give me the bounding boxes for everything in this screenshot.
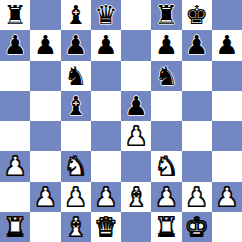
square-h8[interactable] <box>212 0 242 30</box>
white-pawn-h2[interactable]: ♟ <box>215 182 238 212</box>
square-g3[interactable] <box>182 151 212 181</box>
black-pawn-c7[interactable]: ♟ <box>64 30 87 60</box>
square-a1[interactable]: ♜ <box>0 212 30 242</box>
black-rook-a8[interactable]: ♜ <box>3 0 26 30</box>
square-g4[interactable] <box>182 121 212 151</box>
square-g5[interactable] <box>182 91 212 121</box>
white-bishop-c1[interactable]: ♝ <box>64 212 87 242</box>
black-knight-c6[interactable]: ♞ <box>64 61 87 91</box>
black-rook-f8[interactable]: ♜ <box>155 0 178 30</box>
square-b1[interactable] <box>30 212 60 242</box>
square-e5[interactable]: ♟ <box>121 91 151 121</box>
square-h3[interactable] <box>212 151 242 181</box>
black-pawn-h7[interactable]: ♟ <box>215 30 238 60</box>
square-a4[interactable] <box>0 121 30 151</box>
square-d2[interactable]: ♟ <box>91 182 121 212</box>
white-pawn-e4[interactable]: ♟ <box>124 121 147 151</box>
white-pawn-c2[interactable]: ♟ <box>64 182 87 212</box>
white-pawn-f2[interactable]: ♟ <box>155 182 178 212</box>
square-d4[interactable] <box>91 121 121 151</box>
white-rook-f1[interactable]: ♜ <box>155 212 178 242</box>
white-pawn-d2[interactable]: ♟ <box>94 182 117 212</box>
black-bishop-c8[interactable]: ♝ <box>64 0 87 30</box>
white-queen-d1[interactable]: ♛ <box>94 212 117 242</box>
square-e6[interactable] <box>121 61 151 91</box>
square-g7[interactable]: ♟ <box>182 30 212 60</box>
black-knight-f6[interactable]: ♞ <box>155 61 178 91</box>
black-pawn-d7[interactable]: ♟ <box>94 30 117 60</box>
square-e1[interactable] <box>121 212 151 242</box>
black-pawn-g7[interactable]: ♟ <box>185 30 208 60</box>
square-c5[interactable]: ♝ <box>61 91 91 121</box>
black-pawn-f7[interactable]: ♟ <box>155 30 178 60</box>
square-c4[interactable] <box>61 121 91 151</box>
white-knight-c3[interactable]: ♞ <box>64 151 87 181</box>
square-c1[interactable]: ♝ <box>61 212 91 242</box>
square-f3[interactable]: ♞ <box>151 151 181 181</box>
square-g6[interactable] <box>182 61 212 91</box>
square-a6[interactable] <box>0 61 30 91</box>
white-pawn-g2[interactable]: ♟ <box>185 182 208 212</box>
square-b7[interactable]: ♟ <box>30 30 60 60</box>
square-h5[interactable] <box>212 91 242 121</box>
black-pawn-a7[interactable]: ♟ <box>3 30 26 60</box>
square-d1[interactable]: ♛ <box>91 212 121 242</box>
square-a7[interactable]: ♟ <box>0 30 30 60</box>
white-rook-a1[interactable]: ♜ <box>3 212 26 242</box>
square-a2[interactable] <box>0 182 30 212</box>
square-f8[interactable]: ♜ <box>151 0 181 30</box>
square-e4[interactable]: ♟ <box>121 121 151 151</box>
white-pawn-a3[interactable]: ♟ <box>3 151 26 181</box>
square-b6[interactable] <box>30 61 60 91</box>
chess-board-container: ♜♝♛♜♚♟♟♟♟♟♟♟♞♞♝♟♟♟♞♞♟♟♟♝♟♟♟♜♝♛♜♚ <box>0 0 242 242</box>
square-c2[interactable]: ♟ <box>61 182 91 212</box>
black-bishop-c5[interactable]: ♝ <box>64 91 87 121</box>
square-d8[interactable]: ♛ <box>91 0 121 30</box>
square-a5[interactable] <box>0 91 30 121</box>
square-a3[interactable]: ♟ <box>0 151 30 181</box>
square-d5[interactable] <box>91 91 121 121</box>
white-pawn-b2[interactable]: ♟ <box>34 182 57 212</box>
square-d7[interactable]: ♟ <box>91 30 121 60</box>
square-b5[interactable] <box>30 91 60 121</box>
square-d6[interactable] <box>91 61 121 91</box>
square-h1[interactable] <box>212 212 242 242</box>
black-pawn-b7[interactable]: ♟ <box>34 30 57 60</box>
square-f1[interactable]: ♜ <box>151 212 181 242</box>
square-g1[interactable]: ♚ <box>182 212 212 242</box>
square-h4[interactable] <box>212 121 242 151</box>
chess-board: ♜♝♛♜♚♟♟♟♟♟♟♟♞♞♝♟♟♟♞♞♟♟♟♝♟♟♟♜♝♛♜♚ <box>0 0 242 242</box>
square-h2[interactable]: ♟ <box>212 182 242 212</box>
square-f2[interactable]: ♟ <box>151 182 181 212</box>
square-b8[interactable] <box>30 0 60 30</box>
black-queen-d8[interactable]: ♛ <box>94 0 117 30</box>
square-a8[interactable]: ♜ <box>0 0 30 30</box>
square-f5[interactable] <box>151 91 181 121</box>
square-b4[interactable] <box>30 121 60 151</box>
square-d3[interactable] <box>91 151 121 181</box>
square-g2[interactable]: ♟ <box>182 182 212 212</box>
square-h6[interactable] <box>212 61 242 91</box>
square-g8[interactable]: ♚ <box>182 0 212 30</box>
white-king-g1[interactable]: ♚ <box>185 212 208 242</box>
square-b3[interactable] <box>30 151 60 181</box>
square-e3[interactable] <box>121 151 151 181</box>
square-c3[interactable]: ♞ <box>61 151 91 181</box>
black-pawn-e5[interactable]: ♟ <box>124 91 147 121</box>
square-c7[interactable]: ♟ <box>61 30 91 60</box>
square-c8[interactable]: ♝ <box>61 0 91 30</box>
square-e7[interactable] <box>121 30 151 60</box>
square-f6[interactable]: ♞ <box>151 61 181 91</box>
square-c6[interactable]: ♞ <box>61 61 91 91</box>
square-e8[interactable] <box>121 0 151 30</box>
square-e2[interactable]: ♝ <box>121 182 151 212</box>
square-b2[interactable]: ♟ <box>30 182 60 212</box>
square-f7[interactable]: ♟ <box>151 30 181 60</box>
square-h7[interactable]: ♟ <box>212 30 242 60</box>
black-king-g8[interactable]: ♚ <box>185 0 208 30</box>
white-knight-f3[interactable]: ♞ <box>155 151 178 181</box>
white-bishop-e2[interactable]: ♝ <box>124 182 147 212</box>
square-f4[interactable] <box>151 121 181 151</box>
